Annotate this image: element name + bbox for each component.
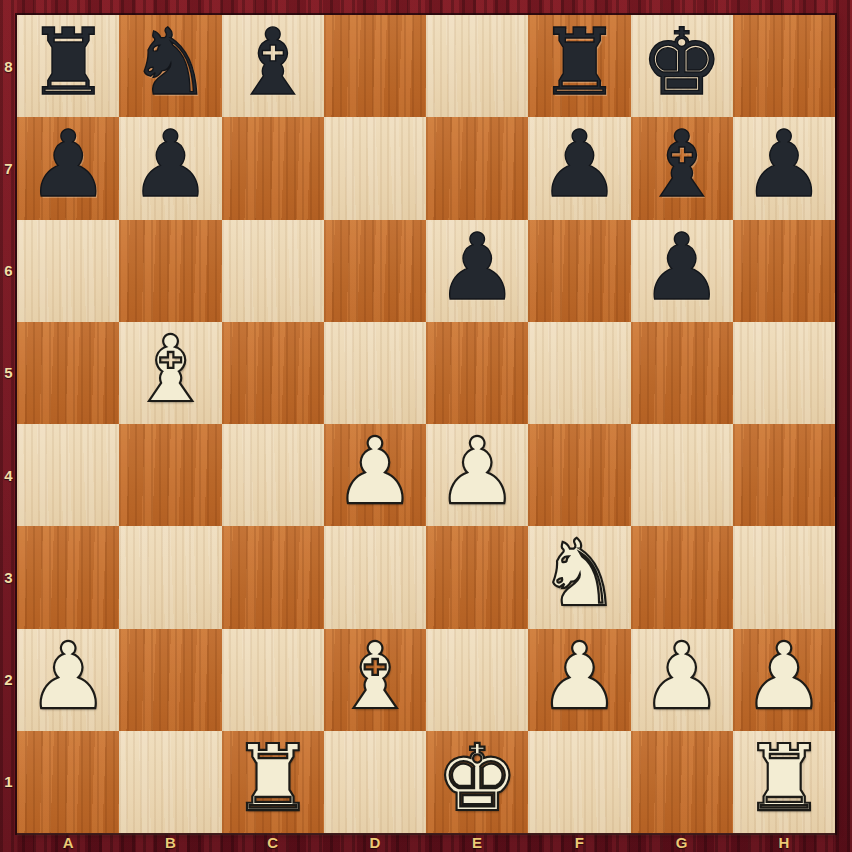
file-label-e: E: [426, 833, 528, 852]
rank-labels-column: 87654321: [0, 15, 17, 833]
piece-black-knight[interactable]: ♞: [129, 17, 211, 109]
square-g8[interactable]: ♚: [631, 15, 733, 117]
piece-black-rook[interactable]: ♜: [27, 17, 109, 109]
square-h3[interactable]: [733, 526, 835, 628]
square-h8[interactable]: [733, 15, 835, 117]
piece-black-pawn[interactable]: ♟: [538, 119, 620, 211]
piece-black-king[interactable]: ♚: [640, 17, 722, 109]
piece-white-pawn[interactable]: ♟: [538, 631, 620, 723]
square-e5[interactable]: [426, 322, 528, 424]
rank-label-5: 5: [0, 322, 17, 424]
square-f1[interactable]: [528, 731, 630, 833]
square-b4[interactable]: [119, 424, 221, 526]
square-a2[interactable]: ♟: [17, 629, 119, 731]
square-a7[interactable]: ♟: [17, 117, 119, 219]
square-c6[interactable]: [222, 220, 324, 322]
square-b8[interactable]: ♞: [119, 15, 221, 117]
square-h1[interactable]: ♜: [733, 731, 835, 833]
square-d2[interactable]: ♝: [324, 629, 426, 731]
square-g1[interactable]: [631, 731, 733, 833]
square-a8[interactable]: ♜: [17, 15, 119, 117]
square-d4[interactable]: ♟: [324, 424, 426, 526]
rank-label-3: 3: [0, 526, 17, 628]
square-c2[interactable]: [222, 629, 324, 731]
piece-white-pawn[interactable]: ♟: [640, 631, 722, 723]
file-label-b: B: [119, 833, 221, 852]
square-e4[interactable]: ♟: [426, 424, 528, 526]
square-b5[interactable]: ♝: [119, 322, 221, 424]
piece-black-pawn[interactable]: ♟: [436, 222, 518, 314]
square-d7[interactable]: [324, 117, 426, 219]
square-f6[interactable]: [528, 220, 630, 322]
square-b1[interactable]: [119, 731, 221, 833]
square-f5[interactable]: [528, 322, 630, 424]
square-a5[interactable]: [17, 322, 119, 424]
rank-label-8: 8: [0, 15, 17, 117]
piece-white-pawn[interactable]: ♟: [334, 426, 416, 518]
square-c3[interactable]: [222, 526, 324, 628]
piece-black-pawn[interactable]: ♟: [129, 119, 211, 211]
square-g3[interactable]: [631, 526, 733, 628]
square-g7[interactable]: ♝: [631, 117, 733, 219]
square-f3[interactable]: ♞: [528, 526, 630, 628]
file-labels-row: ABCDEFGH: [17, 833, 835, 852]
file-label-h: H: [733, 833, 835, 852]
piece-white-pawn[interactable]: ♟: [27, 631, 109, 723]
square-g4[interactable]: [631, 424, 733, 526]
square-e8[interactable]: [426, 15, 528, 117]
piece-white-rook[interactable]: ♜: [231, 733, 313, 825]
square-a4[interactable]: [17, 424, 119, 526]
square-e2[interactable]: [426, 629, 528, 731]
piece-black-pawn[interactable]: ♟: [640, 222, 722, 314]
square-c8[interactable]: ♝: [222, 15, 324, 117]
piece-white-pawn[interactable]: ♟: [743, 631, 825, 723]
square-d3[interactable]: [324, 526, 426, 628]
square-d8[interactable]: [324, 15, 426, 117]
square-a3[interactable]: [17, 526, 119, 628]
chessboard: ♜♞♝♜♚♟♟♟♝♟♟♟♝♟♟♞♟♝♟♟♟♜♚♜: [17, 15, 835, 833]
square-g5[interactable]: [631, 322, 733, 424]
square-g2[interactable]: ♟: [631, 629, 733, 731]
square-e1[interactable]: ♚: [426, 731, 528, 833]
piece-black-rook[interactable]: ♜: [538, 17, 620, 109]
square-b2[interactable]: [119, 629, 221, 731]
rank-label-2: 2: [0, 629, 17, 731]
square-c4[interactable]: [222, 424, 324, 526]
square-d1[interactable]: [324, 731, 426, 833]
square-c1[interactable]: ♜: [222, 731, 324, 833]
file-label-d: D: [324, 833, 426, 852]
square-d6[interactable]: [324, 220, 426, 322]
file-label-c: C: [222, 833, 324, 852]
file-label-f: F: [528, 833, 630, 852]
file-label-g: G: [631, 833, 733, 852]
piece-white-pawn[interactable]: ♟: [436, 426, 518, 518]
file-label-a: A: [17, 833, 119, 852]
piece-white-bishop[interactable]: ♝: [129, 324, 211, 416]
rank-label-4: 4: [0, 424, 17, 526]
piece-black-bishop[interactable]: ♝: [231, 17, 313, 109]
square-f7[interactable]: ♟: [528, 117, 630, 219]
square-a1[interactable]: [17, 731, 119, 833]
square-h6[interactable]: [733, 220, 835, 322]
square-b6[interactable]: [119, 220, 221, 322]
rank-label-6: 6: [0, 220, 17, 322]
piece-white-king[interactable]: ♚: [436, 733, 518, 825]
piece-black-pawn[interactable]: ♟: [743, 119, 825, 211]
square-h4[interactable]: [733, 424, 835, 526]
piece-white-knight[interactable]: ♞: [538, 528, 620, 620]
piece-black-bishop[interactable]: ♝: [640, 119, 722, 211]
square-c5[interactable]: [222, 322, 324, 424]
piece-white-rook[interactable]: ♜: [743, 733, 825, 825]
square-h7[interactable]: ♟: [733, 117, 835, 219]
rank-label-7: 7: [0, 117, 17, 219]
square-e7[interactable]: [426, 117, 528, 219]
board-border-frame: ♜♞♝♜♚♟♟♟♝♟♟♟♝♟♟♞♟♝♟♟♟♜♚♜ 87654321 ABCDEF…: [0, 0, 852, 852]
square-e6[interactable]: ♟: [426, 220, 528, 322]
square-f2[interactable]: ♟: [528, 629, 630, 731]
square-a6[interactable]: [17, 220, 119, 322]
square-h2[interactable]: ♟: [733, 629, 835, 731]
square-f4[interactable]: [528, 424, 630, 526]
piece-white-bishop[interactable]: ♝: [334, 631, 416, 723]
square-b3[interactable]: [119, 526, 221, 628]
square-d5[interactable]: [324, 322, 426, 424]
square-b7[interactable]: ♟: [119, 117, 221, 219]
piece-black-pawn[interactable]: ♟: [27, 119, 109, 211]
square-g6[interactable]: ♟: [631, 220, 733, 322]
square-h5[interactable]: [733, 322, 835, 424]
square-f8[interactable]: ♜: [528, 15, 630, 117]
square-c7[interactable]: [222, 117, 324, 219]
rank-label-1: 1: [0, 731, 17, 833]
square-e3[interactable]: [426, 526, 528, 628]
